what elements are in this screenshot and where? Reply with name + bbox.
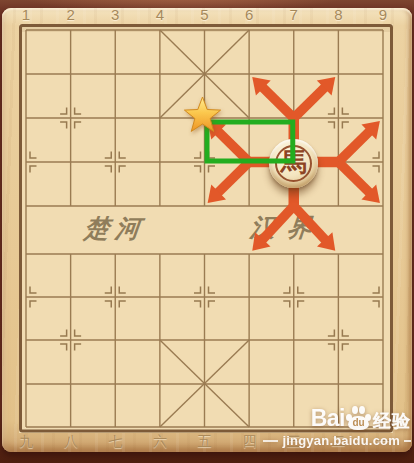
baidu-logo: Bai du 经验 (263, 405, 411, 430)
file-label-top: 7 (290, 7, 298, 23)
file-label-bottom: 七 (108, 433, 122, 449)
piece-glyph: 馬 (281, 145, 307, 180)
baidu-logo-text-du: du (348, 417, 369, 429)
screenshot-root: 123456789 九八七六五四三二一 楚河 汉界 馬 Bai du 经验 (0, 0, 414, 463)
river-label-chu: 楚河 (83, 215, 148, 243)
xiangqi-board[interactable] (2, 8, 412, 452)
file-label-bottom: 六 (153, 433, 167, 449)
baidu-logo-text-jingyan: 经验 (373, 412, 411, 430)
file-label-top: 8 (334, 7, 342, 23)
file-label-top: 9 (379, 7, 387, 23)
file-label-bottom: 八 (64, 433, 78, 449)
river-label-han: 汉界 (249, 214, 326, 242)
file-label-bottom: 四 (242, 433, 256, 449)
file-label-top: 5 (200, 7, 208, 23)
file-label-top: 6 (245, 7, 253, 23)
file-label-top: 3 (111, 7, 119, 23)
file-label-bottom: 五 (198, 433, 212, 449)
watermark-url: jingyan.baidu.com (263, 433, 411, 448)
baidu-paw-icon: du (346, 405, 371, 430)
red-horse-piece[interactable]: 馬 (269, 139, 318, 188)
file-label-top: 2 (66, 7, 74, 23)
baidu-logo-text-bai: Bai (311, 407, 345, 430)
baidu-jingyan-watermark: Bai du 经验 jingyan.baidu.com (263, 405, 411, 448)
file-label-top: 1 (22, 7, 30, 23)
file-label-top: 4 (156, 7, 164, 23)
file-label-bottom: 九 (19, 433, 33, 449)
